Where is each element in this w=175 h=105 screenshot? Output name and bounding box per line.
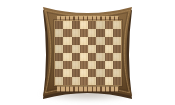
board-square xyxy=(88,37,96,45)
board-square xyxy=(96,37,104,45)
board-square xyxy=(80,37,88,45)
board-square xyxy=(55,29,63,37)
board-square xyxy=(80,45,88,53)
board-square xyxy=(63,21,71,29)
playing-area xyxy=(55,21,121,86)
ornament-band-bottom xyxy=(57,86,119,93)
board-square xyxy=(105,45,113,53)
board-square xyxy=(63,29,71,37)
board-square xyxy=(72,77,80,85)
board-square xyxy=(55,45,63,53)
board-square xyxy=(105,29,113,37)
board-square xyxy=(96,69,104,77)
board-square xyxy=(63,53,71,61)
board-square xyxy=(88,77,96,85)
board-square xyxy=(80,69,88,77)
board-square xyxy=(63,61,71,69)
board-square xyxy=(105,37,113,45)
photo-background xyxy=(0,0,175,105)
board-square xyxy=(96,61,104,69)
board-square xyxy=(113,61,121,69)
board-square xyxy=(113,53,121,61)
board-square xyxy=(96,21,104,29)
board-square xyxy=(55,61,63,69)
board-square xyxy=(55,77,63,85)
board-square xyxy=(63,77,71,85)
board-square xyxy=(88,61,96,69)
board-square xyxy=(96,29,104,37)
board-square xyxy=(105,77,113,85)
board-square xyxy=(72,53,80,61)
board-square xyxy=(80,21,88,29)
board-square xyxy=(55,21,63,29)
board-square xyxy=(113,29,121,37)
board-square xyxy=(72,29,80,37)
board-square xyxy=(55,37,63,45)
board-square xyxy=(63,45,71,53)
board-square xyxy=(113,77,121,85)
board-square xyxy=(80,53,88,61)
board-square xyxy=(96,53,104,61)
board-square xyxy=(63,37,71,45)
board-square xyxy=(72,69,80,77)
board-square xyxy=(105,61,113,69)
board-square xyxy=(113,21,121,29)
board-square xyxy=(63,69,71,77)
board-square xyxy=(113,45,121,53)
board-square xyxy=(80,29,88,37)
board-square xyxy=(88,21,96,29)
board-square xyxy=(105,69,113,77)
board-square xyxy=(80,77,88,85)
board-square xyxy=(113,69,121,77)
board-square xyxy=(88,45,96,53)
board-square xyxy=(88,53,96,61)
board-square xyxy=(55,69,63,77)
board-square xyxy=(113,37,121,45)
board-square xyxy=(105,21,113,29)
board-square xyxy=(88,29,96,37)
board-square xyxy=(72,45,80,53)
board-square xyxy=(72,21,80,29)
board-square xyxy=(105,53,113,61)
board-square xyxy=(88,69,96,77)
board-square xyxy=(80,61,88,69)
board-square xyxy=(96,77,104,85)
board-square xyxy=(55,53,63,61)
board-square xyxy=(72,37,80,45)
board-square xyxy=(96,45,104,53)
board-square xyxy=(72,61,80,69)
